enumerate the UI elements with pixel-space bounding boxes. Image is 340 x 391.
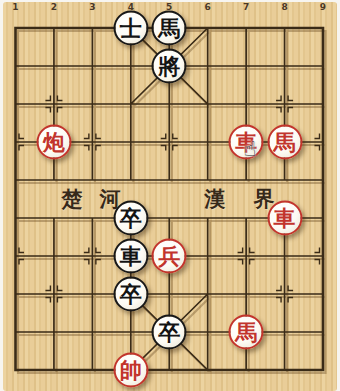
column-label-7: 7	[243, 3, 249, 12]
column-label-1: 1	[12, 3, 18, 12]
river-char-chu: 楚	[62, 185, 83, 213]
black-general-piece[interactable]: 將	[152, 49, 187, 84]
column-label-2: 2	[51, 3, 57, 12]
red-general-piece[interactable]: 帥	[113, 353, 148, 388]
red-horse-piece[interactable]: 馬	[267, 125, 302, 160]
column-label-9: 9	[320, 3, 326, 12]
black-advisor-piece[interactable]: 士	[113, 11, 148, 46]
column-label-6: 6	[205, 3, 211, 12]
red-chariot-piece[interactable]: 車	[267, 201, 302, 236]
xiangqi-app-window: 123456789 楚 河 漢 界 士馬將炮車馬卒車車兵卒卒馬帥 ☝	[0, 0, 340, 391]
black-chariot-piece[interactable]: 車	[113, 239, 148, 274]
river-char-han: 漢	[205, 185, 226, 213]
black-horse-piece[interactable]: 馬	[152, 11, 187, 46]
black-pawn-piece[interactable]: 卒	[113, 277, 148, 312]
red-chariot-piece[interactable]: 車	[229, 125, 264, 160]
red-cannon-piece[interactable]: 炮	[36, 125, 71, 160]
black-pawn-piece[interactable]: 卒	[152, 315, 187, 350]
black-pawn-piece[interactable]: 卒	[113, 201, 148, 236]
column-label-8: 8	[281, 3, 287, 12]
column-label-3: 3	[89, 3, 95, 12]
red-horse-piece[interactable]: 馬	[229, 315, 264, 350]
red-pawn-piece[interactable]: 兵	[152, 239, 187, 274]
